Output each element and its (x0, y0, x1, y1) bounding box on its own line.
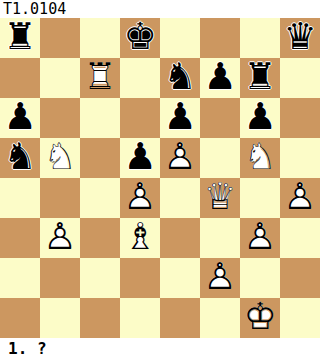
square-f6[interactable] (200, 98, 240, 138)
piece-black-pawn[interactable]: ♟ (240, 98, 280, 138)
piece-black-knight[interactable]: ♞ (0, 138, 40, 178)
white-knight-outline-icon: ♘ (40, 138, 80, 178)
title-bar: T1.0104 (0, 0, 320, 18)
square-g3[interactable]: ♟♙ (240, 218, 280, 258)
square-b4[interactable] (40, 178, 80, 218)
square-e7[interactable]: ♞ (160, 58, 200, 98)
square-d2[interactable] (120, 258, 160, 298)
piece-white-pawn[interactable]: ♟♙ (200, 258, 240, 298)
white-rook-outline-icon: ♖ (80, 58, 120, 98)
square-g6[interactable]: ♟ (240, 98, 280, 138)
white-king-outline-icon: ♔ (240, 298, 280, 338)
square-b8[interactable] (40, 18, 80, 58)
white-pawn-outline-icon: ♙ (120, 178, 160, 218)
piece-white-pawn[interactable]: ♟♙ (40, 218, 80, 258)
piece-white-rook[interactable]: ♜♖ (80, 58, 120, 98)
piece-black-queen[interactable]: ♛ (280, 18, 320, 58)
white-pawn-outline-icon: ♙ (160, 138, 200, 178)
square-a4[interactable] (0, 178, 40, 218)
square-h3[interactable] (280, 218, 320, 258)
black-king-icon: ♚ (120, 18, 160, 58)
square-d4[interactable]: ♟♙ (120, 178, 160, 218)
square-a7[interactable] (0, 58, 40, 98)
square-a1[interactable] (0, 298, 40, 338)
square-h2[interactable] (280, 258, 320, 298)
chess-puzzle-window: T1.0104 ♜♚♛♜♖♞♟♜♟♟♟♞♞♘♟♟♙♞♘♟♙♛♕♟♙♟♙♝♗♟♙♟… (0, 0, 320, 360)
square-e4[interactable] (160, 178, 200, 218)
piece-black-pawn[interactable]: ♟ (0, 98, 40, 138)
square-b1[interactable] (40, 298, 80, 338)
square-g8[interactable] (240, 18, 280, 58)
square-b5[interactable]: ♞♘ (40, 138, 80, 178)
piece-black-king[interactable]: ♚ (120, 18, 160, 58)
square-h4[interactable]: ♟♙ (280, 178, 320, 218)
square-h5[interactable] (280, 138, 320, 178)
square-e8[interactable] (160, 18, 200, 58)
white-pawn-outline-icon: ♙ (40, 218, 80, 258)
square-d7[interactable] (120, 58, 160, 98)
square-h8[interactable]: ♛ (280, 18, 320, 58)
square-a3[interactable] (0, 218, 40, 258)
black-pawn-icon: ♟ (160, 98, 200, 138)
square-f4[interactable]: ♛♕ (200, 178, 240, 218)
piece-black-pawn[interactable]: ♟ (160, 98, 200, 138)
square-f3[interactable] (200, 218, 240, 258)
black-pawn-icon: ♟ (0, 98, 40, 138)
white-pawn-outline-icon: ♙ (200, 258, 240, 298)
square-a5[interactable]: ♞ (0, 138, 40, 178)
white-queen-outline-icon: ♕ (200, 178, 240, 218)
black-queen-icon: ♛ (280, 18, 320, 58)
square-d6[interactable] (120, 98, 160, 138)
white-pawn-outline-icon: ♙ (280, 178, 320, 218)
black-pawn-icon: ♟ (200, 58, 240, 98)
square-c4[interactable] (80, 178, 120, 218)
black-pawn-icon: ♟ (240, 98, 280, 138)
square-g5[interactable]: ♞♘ (240, 138, 280, 178)
square-a8[interactable]: ♜ (0, 18, 40, 58)
square-d3[interactable]: ♝♗ (120, 218, 160, 258)
black-knight-icon: ♞ (0, 138, 40, 178)
piece-black-knight[interactable]: ♞ (160, 58, 200, 98)
square-e1[interactable] (160, 298, 200, 338)
square-b7[interactable] (40, 58, 80, 98)
square-e6[interactable]: ♟ (160, 98, 200, 138)
square-g2[interactable] (240, 258, 280, 298)
square-b3[interactable]: ♟♙ (40, 218, 80, 258)
square-h1[interactable] (280, 298, 320, 338)
black-rook-icon: ♜ (240, 58, 280, 98)
square-b2[interactable] (40, 258, 80, 298)
square-f2[interactable]: ♟♙ (200, 258, 240, 298)
black-knight-icon: ♞ (160, 58, 200, 98)
piece-black-pawn[interactable]: ♟ (200, 58, 240, 98)
square-f1[interactable] (200, 298, 240, 338)
square-h6[interactable] (280, 98, 320, 138)
square-a6[interactable]: ♟ (0, 98, 40, 138)
square-g7[interactable]: ♜ (240, 58, 280, 98)
square-b6[interactable] (40, 98, 80, 138)
piece-white-king[interactable]: ♚♔ (240, 298, 280, 338)
black-pawn-icon: ♟ (120, 138, 160, 178)
square-f5[interactable] (200, 138, 240, 178)
black-rook-icon: ♜ (0, 18, 40, 58)
piece-white-bishop[interactable]: ♝♗ (120, 218, 160, 258)
piece-black-pawn[interactable]: ♟ (120, 138, 160, 178)
square-c5[interactable] (80, 138, 120, 178)
piece-white-knight[interactable]: ♞♘ (240, 138, 280, 178)
square-d5[interactable]: ♟ (120, 138, 160, 178)
white-bishop-outline-icon: ♗ (120, 218, 160, 258)
white-pawn-outline-icon: ♙ (240, 218, 280, 258)
piece-white-pawn[interactable]: ♟♙ (280, 178, 320, 218)
white-knight-outline-icon: ♘ (240, 138, 280, 178)
square-c1[interactable] (80, 298, 120, 338)
square-c8[interactable] (80, 18, 120, 58)
piece-white-pawn[interactable]: ♟♙ (160, 138, 200, 178)
move-prompt: 1. ? (8, 339, 47, 358)
square-c7[interactable]: ♜♖ (80, 58, 120, 98)
square-e3[interactable] (160, 218, 200, 258)
piece-white-queen[interactable]: ♛♕ (200, 178, 240, 218)
piece-white-pawn[interactable]: ♟♙ (240, 218, 280, 258)
piece-white-knight[interactable]: ♞♘ (40, 138, 80, 178)
square-c3[interactable] (80, 218, 120, 258)
square-g4[interactable] (240, 178, 280, 218)
square-e5[interactable]: ♟♙ (160, 138, 200, 178)
square-d1[interactable] (120, 298, 160, 338)
chess-board: ♜♚♛♜♖♞♟♜♟♟♟♞♞♘♟♟♙♞♘♟♙♛♕♟♙♟♙♝♗♟♙♟♙♚♔ (0, 18, 320, 338)
piece-black-rook[interactable]: ♜ (240, 58, 280, 98)
square-c6[interactable] (80, 98, 120, 138)
square-f7[interactable]: ♟ (200, 58, 240, 98)
square-f8[interactable] (200, 18, 240, 58)
square-h7[interactable] (280, 58, 320, 98)
square-e2[interactable] (160, 258, 200, 298)
square-d8[interactable]: ♚ (120, 18, 160, 58)
square-c2[interactable] (80, 258, 120, 298)
piece-white-pawn[interactable]: ♟♙ (120, 178, 160, 218)
square-a2[interactable] (0, 258, 40, 298)
footer: 1. ? (0, 338, 320, 360)
square-g1[interactable]: ♚♔ (240, 298, 280, 338)
piece-black-rook[interactable]: ♜ (0, 18, 40, 58)
